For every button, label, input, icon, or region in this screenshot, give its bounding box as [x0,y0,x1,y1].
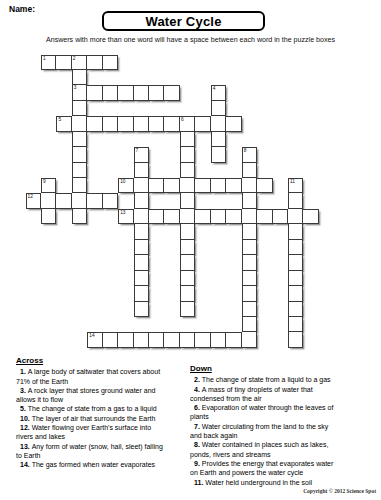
grid-cell-r10c1[interactable] [41,209,56,224]
grid-cell-r10c12[interactable] [211,209,226,224]
grid-cell-r10c6[interactable]: 13 [118,209,133,224]
grid-cell-r18c14[interactable] [242,332,257,347]
clue-number-label: 7. [194,423,202,430]
grid-cell-r13c7[interactable] [134,255,149,270]
grid-cell-r4c8[interactable] [149,116,164,131]
clue-number-label: 8. [194,441,202,448]
grid-cell-r2c6[interactable] [118,85,133,100]
grid-cell-r4c2[interactable]: 5 [56,116,71,131]
down-clue-11: 11. Water held underground in the soil [190,478,374,487]
across-clue-14: 14. The gas formed when water evaporates [16,460,187,469]
grid-cell-r2c9[interactable] [164,85,179,100]
grid-cell-r16c14[interactable] [242,302,257,317]
crossword-grid: 1234567891011121314 [26,55,319,348]
instructions-text: Answers with more than one word will hav… [0,36,381,44]
copyright-text: Copyright © 2012 Science Spot [303,488,376,494]
grid-cell-r14c10[interactable] [180,271,195,286]
grid-cell-r12c14[interactable] [242,240,257,255]
grid-cell-r13c17[interactable] [288,255,303,270]
grid-cell-r5c3[interactable] [72,132,87,147]
grid-cell-r9c2[interactable] [56,193,71,208]
grid-cell-r0c2[interactable] [56,55,71,70]
grid-cell-r14c7[interactable] [134,271,149,286]
clue-number-13: 13 [120,210,125,216]
grid-cell-r10c14[interactable] [242,209,257,224]
grid-cell-r0c1[interactable]: 1 [41,55,56,70]
grid-cell-r15c7[interactable] [134,286,149,301]
clue-number-label: 11. [194,479,205,486]
across-clue-1: 1. A large body of saltwater that covers… [16,367,187,386]
page-title: Water Cycle [145,14,221,29]
grid-cell-r2c7[interactable] [134,85,149,100]
grid-cell-r8c17[interactable]: 11 [288,178,303,193]
grid-cell-r2c12[interactable]: 4 [211,85,226,100]
grid-cell-r14c17[interactable] [288,271,303,286]
grid-cell-r18c8[interactable] [149,332,164,347]
grid-cell-r10c17[interactable] [288,209,303,224]
grid-cell-r8c11[interactable] [195,178,210,193]
grid-cell-r4c5[interactable] [103,116,118,131]
grid-cell-r6c12[interactable] [211,147,226,162]
grid-cell-r18c9[interactable] [164,332,179,347]
grid-cell-r10c11[interactable] [195,209,210,224]
grid-cell-r9c10[interactable] [180,193,195,208]
grid-cell-r4c13[interactable] [226,116,241,131]
grid-cell-r7c3[interactable] [72,163,87,178]
clue-number-label: 10. [20,415,32,422]
grid-cell-r16c7[interactable] [134,302,149,317]
worksheet-page: Name: Water Cycle Answers with more than… [0,0,381,500]
grid-cell-r14c14[interactable] [242,271,257,286]
grid-cell-r9c1[interactable] [41,193,56,208]
clue-number-5: 5 [58,117,61,123]
grid-cell-r9c3[interactable] [72,193,87,208]
down-clue-list: 2. The change of state from a liquid to … [190,375,374,487]
clue-number-3: 3 [74,85,77,91]
grid-cell-r6c14[interactable]: 8 [242,147,257,162]
clue-number-label: 6. [194,404,202,411]
across-clue-3: 3. A rock layer that stores ground water… [16,386,187,405]
grid-cell-r8c14[interactable] [242,178,257,193]
grid-cell-r18c6[interactable] [118,332,133,347]
clue-number-label: 13. [20,443,32,450]
grid-cell-r11c10[interactable] [180,224,195,239]
grid-cell-r4c9[interactable] [164,116,179,131]
grid-cell-r10c15[interactable] [257,209,272,224]
grid-cell-r18c5[interactable] [103,332,118,347]
grid-cell-r15c10[interactable] [180,286,195,301]
grid-cell-r16c17[interactable] [288,302,303,317]
grid-cell-r8c1[interactable]: 9 [41,178,56,193]
across-clue-5: 5. The change of state from a gas to a l… [16,404,187,413]
grid-cell-r9c7[interactable] [134,193,149,208]
grid-cell-r2c5[interactable] [103,85,118,100]
down-clue-2: 2. The change of state from a liquid to … [190,375,374,384]
grid-cell-r18c12[interactable] [211,332,226,347]
title-box: Water Cycle [102,11,265,31]
across-clue-list: 1. A large body of saltwater that covers… [16,367,187,469]
clue-number-2: 2 [73,56,76,62]
grid-cell-r9c5[interactable] [103,193,118,208]
grid-cell-r11c7[interactable] [134,224,149,239]
grid-cell-r16c10[interactable] [180,302,195,317]
clue-number-8: 8 [244,148,247,154]
grid-cell-r10c8[interactable] [149,209,164,224]
grid-cell-r18c13[interactable] [226,332,241,347]
grid-cell-r12c17[interactable] [288,240,303,255]
grid-cell-r18c11[interactable] [195,332,210,347]
grid-cell-r4c11[interactable] [195,116,210,131]
grid-cell-r12c10[interactable] [180,240,195,255]
grid-cell-r8c6[interactable]: 10 [118,178,133,193]
grid-cell-r11c14[interactable] [242,224,257,239]
clue-number-label: 9. [194,460,202,467]
grid-cell-r4c12[interactable] [211,116,226,131]
grid-cell-r18c7[interactable] [134,332,149,347]
clue-number-11: 11 [290,179,295,185]
grid-cell-r8c13[interactable] [226,178,241,193]
grid-cell-r10c13[interactable] [226,209,241,224]
clue-number-label: 12. [20,424,32,431]
grid-cell-r5c10[interactable] [180,132,195,147]
clue-number-label: 3. [20,387,28,394]
grid-cell-r6c3[interactable] [72,147,87,162]
name-label: Name: [9,4,35,14]
grid-cell-r4c6[interactable] [118,116,133,131]
grid-cell-r8c12[interactable] [211,178,226,193]
across-clue-13: 13. Any form of water (snow, hail, sleet… [16,442,187,461]
clue-number-6: 6 [181,117,184,123]
grid-cell-r9c17[interactable] [288,193,303,208]
across-clues-section: Across 1. A large body of saltwater that… [16,356,187,470]
grid-cell-r6c10[interactable] [180,147,195,162]
down-clue-6: 6. Evaporation of water through the leav… [190,403,374,422]
grid-cell-r2c8[interactable] [149,85,164,100]
across-clue-10: 10. The layer of air that surrounds the … [16,414,187,423]
clue-number-4: 4 [213,86,216,92]
clue-number-label: 1. [20,368,28,375]
grid-cell-r3c12[interactable] [211,101,226,116]
down-clues-section: Down 2. The change of state from a liqui… [190,364,374,487]
grid-cell-r2c3[interactable]: 3 [72,85,87,100]
down-clue-7: 7. Water circulating from the land to th… [190,422,374,441]
grid-cell-r3c3[interactable] [72,101,87,116]
clue-number-label: 2. [194,376,202,383]
grid-cell-r17c17[interactable] [288,317,303,332]
grid-cell-r0c3[interactable]: 2 [72,55,87,70]
clue-number-10: 10 [120,179,125,185]
grid-cell-r4c3[interactable] [72,116,87,131]
clue-number-label: 4. [194,386,202,393]
grid-cell-r9c0[interactable]: 12 [26,193,41,208]
grid-cell-r8c8[interactable] [149,178,164,193]
grid-cell-r4c4[interactable] [87,116,102,131]
grid-cell-r12c7[interactable] [134,240,149,255]
clue-number-1: 1 [43,56,46,62]
grid-cell-r5c12[interactable] [211,132,226,147]
grid-cell-r10c7[interactable] [134,209,149,224]
grid-cell-r18c10[interactable] [180,332,195,347]
grid-cell-r18c17[interactable] [288,332,303,347]
grid-cell-r7c10[interactable] [180,163,195,178]
grid-cell-r2c4[interactable] [87,85,102,100]
grid-cell-r15c14[interactable] [242,286,257,301]
grid-cell-r10c9[interactable] [164,209,179,224]
clue-number-12: 12 [28,194,33,200]
down-clue-9: 9. Provides the energy that evaporates w… [190,459,374,478]
clue-number-9: 9 [43,179,46,185]
grid-cell-r4c7[interactable] [134,116,149,131]
grid-cell-r7c14[interactable] [242,163,257,178]
grid-cell-r4c10[interactable]: 6 [180,116,195,131]
across-heading: Across [16,356,187,365]
down-clue-4: 4. A mass of tiny droplets of water that… [190,385,374,404]
grid-cell-r18c4[interactable]: 14 [87,332,102,347]
grid-cell-r13c10[interactable] [180,255,195,270]
grid-cell-r8c3[interactable] [72,178,87,193]
grid-cell-r10c3[interactable] [72,209,87,224]
grid-cell-r7c7[interactable] [134,163,149,178]
down-clue-8: 8. Water contained in places such as lak… [190,440,374,459]
grid-cell-r8c9[interactable] [164,178,179,193]
grid-cell-r10c10[interactable] [180,209,195,224]
grid-cell-r15c17[interactable] [288,286,303,301]
clue-number-label: 5. [20,405,28,412]
grid-cell-r8c15[interactable] [257,178,272,193]
grid-cell-r9c14[interactable] [242,193,257,208]
clue-number-14: 14 [89,333,94,339]
grid-cell-r17c14[interactable] [242,317,257,332]
grid-cell-r13c14[interactable] [242,255,257,270]
grid-cell-r1c3[interactable] [72,70,87,85]
grid-cell-r6c7[interactable]: 7 [134,147,149,162]
grid-cell-r9c4[interactable] [87,193,102,208]
grid-cell-r0c4[interactable] [87,55,102,70]
across-clue-12: 12. Water flowing over Earth's surface i… [16,423,187,442]
grid-cell-r10c18[interactable] [303,209,318,224]
grid-cell-r8c10[interactable] [180,178,195,193]
clue-number-label: 14. [20,461,32,468]
grid-cell-r11c17[interactable] [288,224,303,239]
down-heading: Down [190,364,374,373]
grid-cell-r10c16[interactable] [273,209,288,224]
grid-cell-r8c7[interactable] [134,178,149,193]
grid-cell-r0c5[interactable] [103,55,118,70]
clue-number-7: 7 [136,148,139,154]
